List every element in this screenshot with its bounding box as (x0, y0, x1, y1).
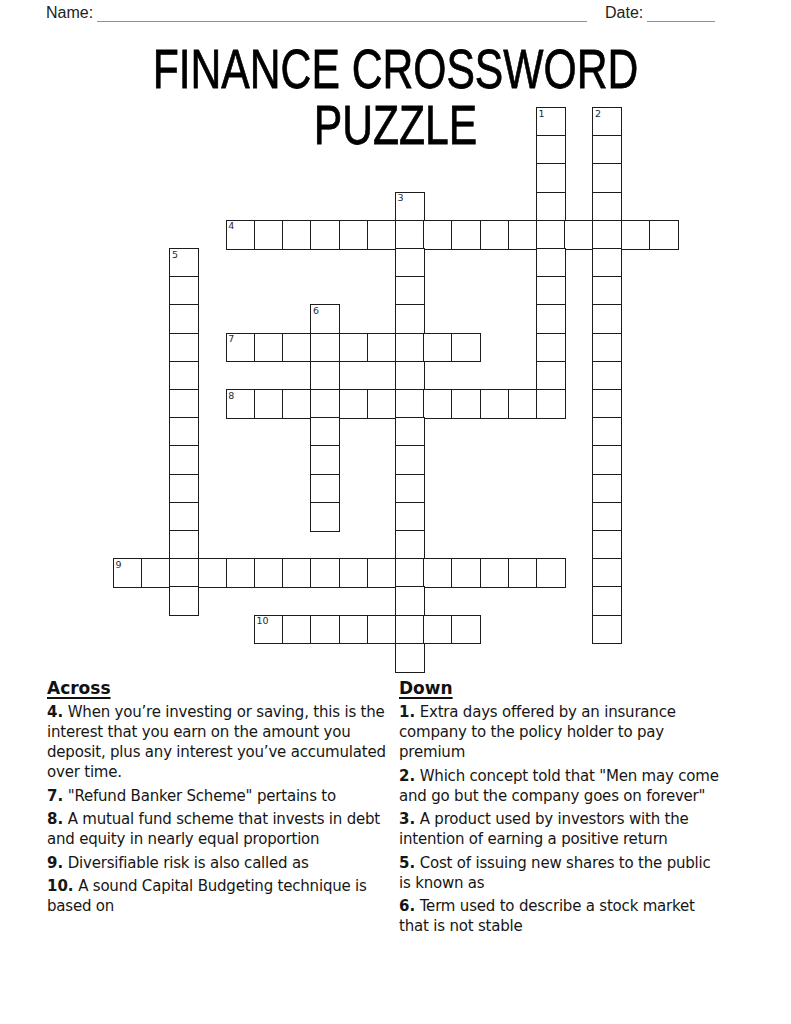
grid-cell-r13c7[interactable] (310, 474, 340, 504)
grid-cell-r13c2[interactable] (169, 474, 199, 504)
cell-number-10: 10 (257, 616, 269, 626)
grid-cell-r19c10[interactable] (395, 643, 425, 673)
grid-cell-r4c4[interactable]: 4 (226, 220, 256, 250)
grid-cell-r2c17[interactable] (592, 163, 622, 193)
grid-cell-r16c8[interactable] (339, 558, 369, 588)
worksheet-page: { "game": "crossword", "header": { "name… (0, 0, 791, 1024)
date-underline[interactable] (647, 1, 715, 22)
grid-cell-r7c15[interactable] (536, 304, 566, 334)
clue-number-4: 4. (47, 703, 63, 721)
grid-cell-r10c6[interactable] (282, 389, 312, 419)
clue-number-1: 1. (399, 703, 415, 721)
grid-cell-r9c7[interactable] (310, 361, 340, 391)
grid-cell-r16c13[interactable] (480, 558, 510, 588)
grid-cell-r16c5[interactable] (254, 558, 284, 588)
grid-cell-r9c10[interactable] (395, 361, 425, 391)
clue-across-8: 8. A mutual fund scheme that invests in … (47, 809, 399, 849)
clue-down-3: 3. A product used by investors with the … (399, 809, 723, 849)
grid-cell-r16c0[interactable]: 9 (113, 558, 143, 588)
grid-cell-r18c10[interactable] (395, 615, 425, 645)
grid-cell-r4c13[interactable] (480, 220, 510, 250)
grid-cell-r8c15[interactable] (536, 333, 566, 363)
grid-cell-r18c17[interactable] (592, 615, 622, 645)
clue-number-8: 8. (47, 810, 63, 828)
clue-down-2: 2. Which concept told that "Men may come… (399, 766, 723, 806)
name-underline[interactable] (97, 1, 587, 22)
grid-cell-r5c2[interactable]: 5 (169, 248, 199, 278)
grid-cell-r9c17[interactable] (592, 361, 622, 391)
grid-cell-r16c9[interactable] (367, 558, 397, 588)
grid-cell-r18c9[interactable] (367, 615, 397, 645)
grid-cell-r10c17[interactable] (592, 389, 622, 419)
grid-cell-r18c7[interactable] (310, 615, 340, 645)
grid-cell-r7c2[interactable] (169, 304, 199, 334)
cell-number-5: 5 (172, 250, 178, 260)
grid-cell-r6c17[interactable] (592, 276, 622, 306)
grid-cell-r8c5[interactable] (254, 333, 284, 363)
grid-cell-r14c2[interactable] (169, 502, 199, 532)
clue-across-10: 10. A sound Capital Budgeting technique … (47, 876, 399, 916)
clue-across-4: 4. When you’re investing or saving, this… (47, 702, 399, 782)
grid-cell-r18c12[interactable] (451, 615, 481, 645)
grid-cell-r11c17[interactable] (592, 417, 622, 447)
clue-number-7: 7. (47, 787, 63, 805)
grid-cell-r10c8[interactable] (339, 389, 369, 419)
grid-cell-r8c4[interactable]: 7 (226, 333, 256, 363)
clue-down-5: 5. Cost of issuing new shares to the pub… (399, 853, 723, 893)
grid-cell-r4c14[interactable] (508, 220, 538, 250)
grid-cell-r4c10[interactable] (395, 220, 425, 250)
grid-cell-r12c17[interactable] (592, 445, 622, 475)
clue-down-1: 1. Extra days offered by an insurance co… (399, 702, 723, 762)
grid-cell-r5c15[interactable] (536, 248, 566, 278)
grid-cell-r8c12[interactable] (451, 333, 481, 363)
grid-cell-r14c17[interactable] (592, 502, 622, 532)
crossword-grid: 12345678910 (113, 107, 679, 673)
grid-cell-r16c6[interactable] (282, 558, 312, 588)
grid-cell-r14c7[interactable] (310, 502, 340, 532)
grid-cell-r4c6[interactable] (282, 220, 312, 250)
grid-cell-r16c11[interactable] (423, 558, 453, 588)
grid-cell-r11c7[interactable] (310, 417, 340, 447)
grid-cell-r16c17[interactable] (592, 558, 622, 588)
clue-number-6: 6. (399, 897, 415, 915)
grid-cell-r7c7[interactable]: 6 (310, 304, 340, 334)
grid-cell-r4c8[interactable] (339, 220, 369, 250)
grid-cell-r12c10[interactable] (395, 445, 425, 475)
grid-cell-r16c14[interactable] (508, 558, 538, 588)
grid-cell-r18c8[interactable] (339, 615, 369, 645)
grid-cell-r6c15[interactable] (536, 276, 566, 306)
grid-cell-r8c7[interactable] (310, 333, 340, 363)
grid-cell-r12c7[interactable] (310, 445, 340, 475)
grid-cell-r11c10[interactable] (395, 417, 425, 447)
grid-cell-r10c9[interactable] (367, 389, 397, 419)
grid-cell-r10c13[interactable] (480, 389, 510, 419)
grid-cell-r18c5[interactable]: 10 (254, 615, 284, 645)
grid-cell-r4c9[interactable] (367, 220, 397, 250)
clue-number-9: 9. (47, 854, 63, 872)
grid-cell-r10c12[interactable] (451, 389, 481, 419)
clue-number-10: 10. (47, 877, 74, 895)
grid-cell-r10c15[interactable] (536, 389, 566, 419)
grid-cell-r4c15[interactable] (536, 220, 566, 250)
grid-cell-r10c14[interactable] (508, 389, 538, 419)
grid-cell-r15c10[interactable] (395, 530, 425, 560)
grid-cell-r8c10[interactable] (395, 333, 425, 363)
grid-cell-r16c12[interactable] (451, 558, 481, 588)
clue-number-2: 2. (399, 767, 415, 785)
clue-across-7: 7. "Refund Banker Scheme" pertains to (47, 786, 399, 806)
clue-across-9: 9. Diversifiable risk is also called as (47, 853, 399, 873)
grid-cell-r4c7[interactable] (310, 220, 340, 250)
cell-number-4: 4 (228, 221, 234, 231)
down-clues-section: Down 1. Extra days offered by an insuran… (399, 678, 723, 940)
grid-cell-r16c15[interactable] (536, 558, 566, 588)
grid-cell-r7c17[interactable] (592, 304, 622, 334)
grid-cell-r16c10[interactable] (395, 558, 425, 588)
grid-cell-r18c6[interactable] (282, 615, 312, 645)
grid-cell-r10c2[interactable] (169, 389, 199, 419)
cell-number-8: 8 (228, 391, 234, 401)
cell-number-2: 2 (595, 109, 601, 119)
across-clue-list: 4. When you’re investing or saving, this… (47, 702, 399, 916)
grid-cell-r5c17[interactable] (592, 248, 622, 278)
grid-cell-r8c6[interactable] (282, 333, 312, 363)
grid-cell-r4c18[interactable] (621, 220, 651, 250)
cell-number-6: 6 (313, 306, 319, 316)
grid-cell-r9c15[interactable] (536, 361, 566, 391)
grid-cell-r16c2[interactable] (169, 558, 199, 588)
grid-cell-r17c10[interactable] (395, 586, 425, 616)
grid-cell-r8c11[interactable] (423, 333, 453, 363)
grid-cell-r4c17[interactable] (592, 220, 622, 250)
grid-cell-r0c15[interactable]: 1 (536, 107, 566, 137)
grid-cell-r9c2[interactable] (169, 361, 199, 391)
down-heading: Down (399, 678, 723, 698)
grid-cell-r2c15[interactable] (536, 163, 566, 193)
grid-cell-r4c16[interactable] (564, 220, 594, 250)
cell-number-7: 7 (228, 334, 234, 344)
grid-cell-r5c10[interactable] (395, 248, 425, 278)
cell-number-9: 9 (116, 560, 122, 570)
cell-number-3: 3 (398, 193, 404, 203)
grid-cell-r17c2[interactable] (169, 586, 199, 616)
cell-number-1: 1 (539, 109, 545, 119)
grid-cell-r12c2[interactable] (169, 445, 199, 475)
grid-cell-r13c10[interactable] (395, 474, 425, 504)
grid-cell-r4c5[interactable] (254, 220, 284, 250)
grid-cell-r0c17[interactable]: 2 (592, 107, 622, 137)
grid-cell-r1c17[interactable] (592, 135, 622, 165)
grid-cell-r15c2[interactable] (169, 530, 199, 560)
across-heading: Across (47, 678, 399, 698)
grid-cell-r3c10[interactable]: 3 (395, 192, 425, 222)
grid-cell-r8c2[interactable] (169, 333, 199, 363)
grid-cell-r1c15[interactable] (536, 135, 566, 165)
clue-number-5: 5. (399, 854, 415, 872)
grid-cell-r10c4[interactable]: 8 (226, 389, 256, 419)
grid-cell-r10c5[interactable] (254, 389, 284, 419)
grid-cell-r8c17[interactable] (592, 333, 622, 363)
clue-down-6: 6. Term used to describe a stock market … (399, 896, 723, 936)
down-clue-list: 1. Extra days offered by an insurance co… (399, 702, 723, 936)
date-label: Date: (605, 4, 643, 22)
across-clues-section: Across 4. When you’re investing or savin… (47, 678, 399, 920)
grid-cell-r15c17[interactable] (592, 530, 622, 560)
grid-cell-r6c2[interactable] (169, 276, 199, 306)
grid-cell-r3c15[interactable] (536, 192, 566, 222)
grid-cell-r4c19[interactable] (649, 220, 679, 250)
grid-cell-r3c17[interactable] (592, 192, 622, 222)
grid-cell-r14c10[interactable] (395, 502, 425, 532)
grid-cell-r17c17[interactable] (592, 586, 622, 616)
grid-cell-r16c4[interactable] (226, 558, 256, 588)
grid-cell-r10c10[interactable] (395, 389, 425, 419)
grid-cell-r4c11[interactable] (423, 220, 453, 250)
grid-cell-r16c1[interactable] (141, 558, 171, 588)
grid-cell-r13c17[interactable] (592, 474, 622, 504)
grid-cell-r18c11[interactable] (423, 615, 453, 645)
grid-cell-r8c8[interactable] (339, 333, 369, 363)
grid-cell-r16c7[interactable] (310, 558, 340, 588)
grid-cell-r16c3[interactable] (198, 558, 228, 588)
grid-cell-r7c10[interactable] (395, 304, 425, 334)
grid-cell-r6c10[interactable] (395, 276, 425, 306)
grid-cell-r10c11[interactable] (423, 389, 453, 419)
grid-cell-r11c2[interactable] (169, 417, 199, 447)
clue-number-3: 3. (399, 810, 415, 828)
grid-cell-r8c9[interactable] (367, 333, 397, 363)
grid-cell-r10c7[interactable] (310, 389, 340, 419)
name-label: Name: (46, 4, 93, 22)
grid-cell-r4c12[interactable] (451, 220, 481, 250)
